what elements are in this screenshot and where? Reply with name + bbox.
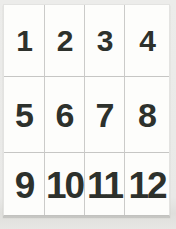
cell-7: 7 xyxy=(85,77,125,153)
cell-6: 6 xyxy=(45,77,85,153)
cell-number-3: 3 xyxy=(97,26,113,56)
cell-3: 3 xyxy=(85,5,125,77)
cell-number-12: 12 xyxy=(128,165,165,204)
cell-number-6: 6 xyxy=(56,98,74,132)
cell-number-4: 4 xyxy=(139,26,155,56)
cell-2: 2 xyxy=(45,5,85,77)
cell-number-8: 8 xyxy=(138,98,156,132)
cell-10: 10 xyxy=(45,153,85,215)
cell-number-11: 11 xyxy=(87,165,122,204)
cell-8: 8 xyxy=(125,77,169,153)
card-sheet: 1 2 3 4 5 6 7 8 9 xyxy=(3,4,170,216)
cell-1: 1 xyxy=(4,5,45,77)
cell-5: 5 xyxy=(4,77,45,153)
cell-number-7: 7 xyxy=(96,98,114,132)
cell-number-1: 1 xyxy=(16,26,32,56)
cell-4: 4 xyxy=(125,5,169,77)
cell-number-2: 2 xyxy=(57,26,73,56)
photo-frame: 1 2 3 4 5 6 7 8 9 xyxy=(0,0,176,229)
cell-number-5: 5 xyxy=(15,98,33,132)
cell-number-10: 10 xyxy=(46,165,83,204)
cell-12: 12 xyxy=(125,153,169,215)
cell-11: 11 xyxy=(85,153,125,215)
cell-number-9: 9 xyxy=(15,165,34,204)
number-grid: 1 2 3 4 5 6 7 8 9 xyxy=(4,5,169,215)
cell-9: 9 xyxy=(4,153,45,215)
